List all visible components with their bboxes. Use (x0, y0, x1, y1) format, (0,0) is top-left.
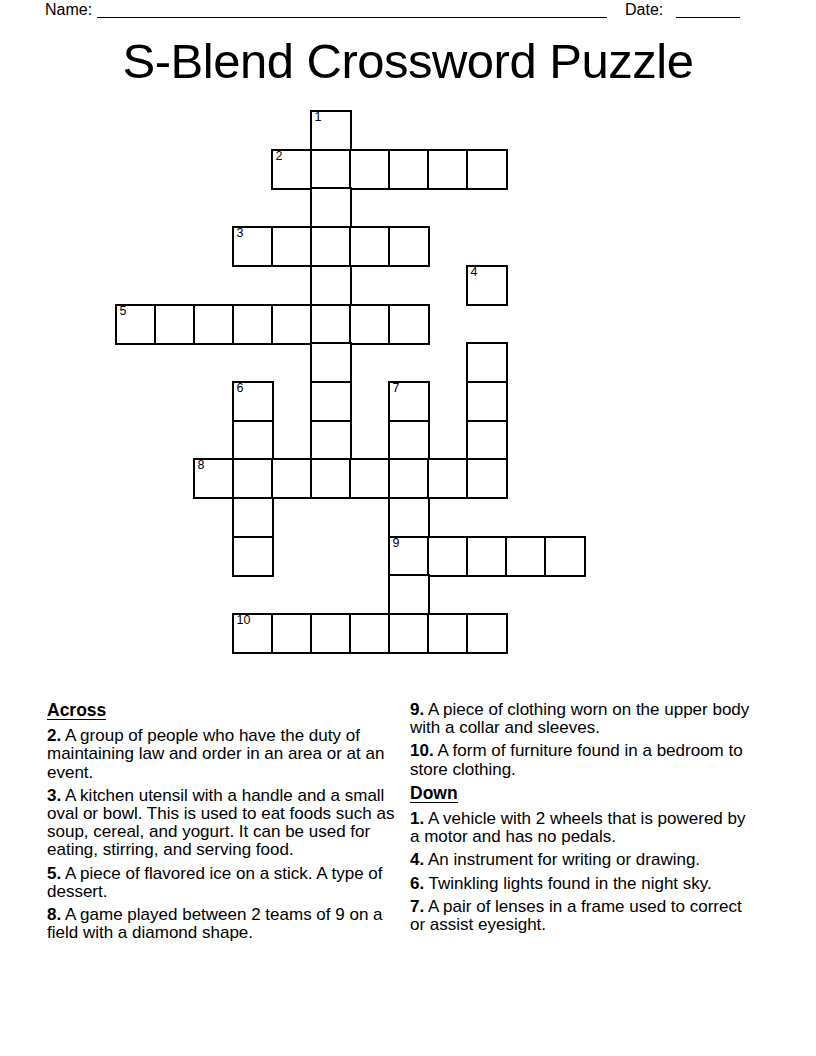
grid-clue-number-10: 10 (237, 614, 251, 627)
grid-cell-r1c8[interactable] (427, 149, 469, 190)
grid-cell-r8c5[interactable] (310, 420, 352, 461)
grid-cell-r1c5[interactable] (310, 149, 352, 190)
clue-across-10-text: A form of furniture found in a bedroom t… (410, 741, 743, 778)
clue-down-1-number: 1. (410, 809, 424, 828)
grid-cell-r1c6[interactable] (349, 149, 391, 190)
grid-cell-r6c9[interactable] (466, 342, 508, 383)
grid-clue-number-5: 5 (120, 305, 127, 318)
grid-cell-r5c4[interactable] (271, 304, 313, 345)
grid-cell-r5c6[interactable] (349, 304, 391, 345)
clue-down-7-number: 7. (410, 897, 424, 916)
clue-across-2: 2. A group of people who have the duty o… (47, 727, 406, 782)
grid-cell-r5c2[interactable] (193, 304, 235, 345)
clue-across-5-number: 5. (47, 864, 61, 883)
grid-cell-r12c7[interactable] (388, 574, 430, 615)
grid-cell-r10c3[interactable] (232, 497, 274, 538)
grid-cell-r13c4[interactable] (271, 613, 313, 654)
grid-cell-r3c5[interactable] (310, 226, 352, 267)
grid-cell-r13c8[interactable] (427, 613, 469, 654)
clue-across-3: 3. A kitchen utensil with a handle and a… (47, 787, 406, 860)
grid-cell-r13c5[interactable] (310, 613, 352, 654)
grid-cell-r4c9[interactable]: 4 (466, 265, 508, 306)
grid-cell-r1c7[interactable] (388, 149, 430, 190)
grid-cell-r1c4[interactable]: 2 (271, 149, 313, 190)
grid-cell-r5c1[interactable] (154, 304, 196, 345)
clue-down-1: 1. A vehicle with 2 wheels that is power… (410, 810, 752, 846)
clues-column-right: 9. A piece of clothing worn on the upper… (410, 701, 752, 939)
grid-cell-r8c9[interactable] (466, 420, 508, 461)
grid-cell-r13c9[interactable] (466, 613, 508, 654)
clue-across-9-text: A piece of clothing worn on the upper bo… (410, 700, 749, 737)
clue-down-7-text: A pair of lenses in a frame used to corr… (410, 897, 742, 934)
clue-across-5-text: A piece of flavored ice on a stick. A ty… (47, 864, 383, 901)
grid-cell-r7c5[interactable] (310, 381, 352, 422)
grid-cell-r6c5[interactable] (310, 342, 352, 383)
grid-cell-r3c6[interactable] (349, 226, 391, 267)
clue-down-6-number: 6. (410, 874, 424, 893)
date-fill-line[interactable] (676, 0, 740, 18)
grid-cell-r10c7[interactable] (388, 497, 430, 538)
grid-cell-r11c11[interactable] (544, 536, 586, 577)
clue-across-3-number: 3. (47, 786, 61, 805)
grid-cell-r8c3[interactable] (232, 420, 274, 461)
clue-down-1-text: A vehicle with 2 wheels that is powered … (410, 809, 746, 846)
grid-cell-r11c8[interactable] (427, 536, 469, 577)
clues-column-left: Across 2. A group of people who have the… (47, 701, 406, 947)
clue-across-3-text: A kitchen utensil with a handle and a sm… (47, 786, 394, 860)
grid-cell-r13c7[interactable] (388, 613, 430, 654)
clue-across-2-number: 2. (47, 726, 61, 745)
grid-cell-r9c5[interactable] (310, 458, 352, 499)
grid-clue-number-4: 4 (471, 266, 478, 279)
clue-across-9-number: 9. (410, 700, 424, 719)
grid-cell-r11c3[interactable] (232, 536, 274, 577)
grid-cell-r9c6[interactable] (349, 458, 391, 499)
grid-clue-number-9: 9 (393, 537, 400, 550)
grid-cell-r2c5[interactable] (310, 187, 352, 228)
clue-down-6: 6. Twinkling lights found in the night s… (410, 875, 752, 893)
grid-clue-number-1: 1 (315, 111, 322, 124)
grid-cell-r3c7[interactable] (388, 226, 430, 267)
clue-across-2-text: A group of people who have the duty of m… (47, 726, 384, 781)
clue-down-7: 7. A pair of lenses in a frame used to c… (410, 898, 752, 934)
grid-cell-r7c3[interactable]: 6 (232, 381, 274, 422)
grid-cell-r9c8[interactable] (427, 458, 469, 499)
name-fill-line[interactable] (97, 0, 607, 18)
across-heading: Across (47, 701, 406, 720)
clue-across-5: 5. A piece of flavored ice on a stick. A… (47, 865, 406, 901)
name-label: Name: (45, 1, 92, 19)
grid-cell-r9c9[interactable] (466, 458, 508, 499)
clue-across-10-number: 10. (410, 741, 434, 760)
grid-cell-r13c6[interactable] (349, 613, 391, 654)
grid-clue-number-3: 3 (237, 227, 244, 240)
grid-cell-r9c3[interactable] (232, 458, 274, 499)
grid-cell-r4c5[interactable] (310, 265, 352, 306)
grid-cell-r11c7[interactable]: 9 (388, 536, 430, 577)
grid-cell-r9c2[interactable]: 8 (193, 458, 235, 499)
grid-clue-number-8: 8 (198, 459, 205, 472)
crossword-grid: 12345678910 (115, 110, 586, 654)
grid-cell-r7c9[interactable] (466, 381, 508, 422)
grid-clue-number-6: 6 (237, 382, 244, 395)
grid-cell-r5c0[interactable]: 5 (115, 304, 157, 345)
grid-cell-r13c3[interactable]: 10 (232, 613, 274, 654)
grid-cell-r11c10[interactable] (505, 536, 547, 577)
grid-cell-r1c9[interactable] (466, 149, 508, 190)
worksheet-page: Name: Date: S-Blend Crossword Puzzle 123… (0, 0, 816, 1056)
grid-cell-r11c9[interactable] (466, 536, 508, 577)
clue-across-9: 9. A piece of clothing worn on the upper… (410, 701, 752, 737)
grid-clue-number-7: 7 (393, 382, 400, 395)
grid-cell-r9c4[interactable] (271, 458, 313, 499)
clue-across-8: 8. A game played between 2 teams of 9 on… (47, 906, 406, 942)
grid-cell-r3c3[interactable]: 3 (232, 226, 274, 267)
grid-cell-r5c7[interactable] (388, 304, 430, 345)
clue-across-8-text: A game played between 2 teams of 9 on a … (47, 905, 383, 942)
grid-cell-r7c7[interactable]: 7 (388, 381, 430, 422)
grid-clue-number-2: 2 (276, 150, 283, 163)
clue-down-4-number: 4. (410, 850, 424, 869)
clue-down-4: 4. An instrument for writing or drawing. (410, 851, 752, 869)
grid-cell-r3c4[interactable] (271, 226, 313, 267)
down-heading: Down (410, 784, 752, 803)
grid-cell-r5c5[interactable] (310, 304, 352, 345)
grid-cell-r0c5[interactable]: 1 (310, 110, 352, 151)
clue-across-8-number: 8. (47, 905, 61, 924)
grid-cell-r8c7[interactable] (388, 420, 430, 461)
page-title: S-Blend Crossword Puzzle (0, 33, 816, 89)
grid-cell-r5c3[interactable] (232, 304, 274, 345)
date-label: Date: (625, 1, 663, 19)
grid-cell-r9c7[interactable] (388, 458, 430, 499)
clue-across-10: 10. A form of furniture found in a bedro… (410, 742, 752, 778)
clue-down-6-text: Twinkling lights found in the night sky. (429, 874, 712, 893)
clue-down-4-text: An instrument for writing or drawing. (428, 850, 700, 869)
